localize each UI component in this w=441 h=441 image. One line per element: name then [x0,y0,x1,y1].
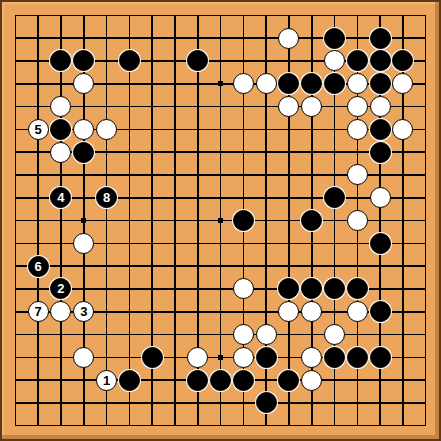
intersection-15-6[interactable] [346,141,369,164]
intersection-8-12[interactable] [186,278,209,301]
intersection-4-11[interactable] [95,255,118,278]
intersection-2-7[interactable] [50,164,73,187]
intersection-6-16[interactable] [141,369,164,392]
intersection-5-2[interactable] [118,50,141,73]
intersection-1-17[interactable] [27,392,50,415]
intersection-18-9[interactable] [414,209,437,232]
intersection-2-17[interactable] [50,392,73,415]
intersection-7-5[interactable] [164,118,187,141]
intersection-16-10[interactable] [369,232,392,255]
intersection-0-4[interactable] [4,95,27,118]
intersection-9-16[interactable] [209,369,232,392]
intersection-14-18[interactable] [323,414,346,437]
intersection-7-15[interactable] [164,346,187,369]
intersection-5-17[interactable] [118,392,141,415]
intersection-5-6[interactable] [118,141,141,164]
intersection-10-15[interactable] [232,346,255,369]
intersection-0-2[interactable] [4,50,27,73]
intersection-18-16[interactable] [414,369,437,392]
intersection-6-8[interactable] [141,186,164,209]
intersection-5-4[interactable] [118,95,141,118]
intersection-5-11[interactable] [118,255,141,278]
intersection-7-2[interactable] [164,50,187,73]
intersection-5-8[interactable] [118,186,141,209]
intersection-8-5[interactable] [186,118,209,141]
intersection-6-9[interactable] [141,209,164,232]
intersection-2-9[interactable] [50,209,73,232]
intersection-15-9[interactable] [346,209,369,232]
intersection-12-13[interactable] [278,300,301,323]
intersection-1-0[interactable] [27,4,50,27]
intersection-13-7[interactable] [300,164,323,187]
intersection-4-0[interactable] [95,4,118,27]
intersection-6-15[interactable] [141,346,164,369]
intersection-17-12[interactable] [392,278,415,301]
intersection-17-4[interactable] [392,95,415,118]
intersection-11-15[interactable] [255,346,278,369]
intersection-1-9[interactable] [27,209,50,232]
intersection-17-9[interactable] [392,209,415,232]
intersection-7-1[interactable] [164,27,187,50]
intersection-0-17[interactable] [4,392,27,415]
intersection-2-11[interactable] [50,255,73,278]
intersection-4-3[interactable] [95,72,118,95]
intersection-3-14[interactable] [72,323,95,346]
intersection-2-12[interactable]: 2 [50,278,73,301]
intersection-4-2[interactable] [95,50,118,73]
intersection-12-10[interactable] [278,232,301,255]
intersection-18-11[interactable] [414,255,437,278]
intersection-4-17[interactable] [95,392,118,415]
intersection-9-7[interactable] [209,164,232,187]
intersection-14-17[interactable] [323,392,346,415]
intersection-12-0[interactable] [278,4,301,27]
intersection-4-6[interactable] [95,141,118,164]
intersection-14-4[interactable] [323,95,346,118]
intersection-18-15[interactable] [414,346,437,369]
intersection-4-16[interactable]: 1 [95,369,118,392]
intersection-11-2[interactable] [255,50,278,73]
intersection-3-15[interactable] [72,346,95,369]
intersection-3-18[interactable] [72,414,95,437]
intersection-12-17[interactable] [278,392,301,415]
intersection-4-12[interactable] [95,278,118,301]
intersection-7-4[interactable] [164,95,187,118]
intersection-12-2[interactable] [278,50,301,73]
intersection-9-10[interactable] [209,232,232,255]
intersection-1-12[interactable] [27,278,50,301]
intersection-14-13[interactable] [323,300,346,323]
intersection-14-2[interactable] [323,50,346,73]
intersection-1-3[interactable] [27,72,50,95]
intersection-12-14[interactable] [278,323,301,346]
intersection-13-3[interactable] [300,72,323,95]
intersection-18-12[interactable] [414,278,437,301]
intersection-15-17[interactable] [346,392,369,415]
intersection-6-12[interactable] [141,278,164,301]
intersection-8-2[interactable] [186,50,209,73]
intersection-14-8[interactable] [323,186,346,209]
intersection-7-13[interactable] [164,300,187,323]
intersection-10-4[interactable] [232,95,255,118]
intersection-2-8[interactable]: 4 [50,186,73,209]
intersection-16-3[interactable] [369,72,392,95]
intersection-17-18[interactable] [392,414,415,437]
intersection-18-6[interactable] [414,141,437,164]
intersection-17-1[interactable] [392,27,415,50]
intersection-15-12[interactable] [346,278,369,301]
intersection-14-15[interactable] [323,346,346,369]
intersection-1-8[interactable] [27,186,50,209]
intersection-12-12[interactable] [278,278,301,301]
intersection-0-14[interactable] [4,323,27,346]
intersection-11-16[interactable] [255,369,278,392]
intersection-1-1[interactable] [27,27,50,50]
intersection-11-14[interactable] [255,323,278,346]
intersection-1-10[interactable] [27,232,50,255]
intersection-6-1[interactable] [141,27,164,50]
intersection-9-0[interactable] [209,4,232,27]
intersection-6-10[interactable] [141,232,164,255]
intersection-1-7[interactable] [27,164,50,187]
intersection-18-8[interactable] [414,186,437,209]
intersection-4-7[interactable] [95,164,118,187]
intersection-1-13[interactable]: 7 [27,300,50,323]
intersection-10-16[interactable] [232,369,255,392]
intersection-18-4[interactable] [414,95,437,118]
intersection-8-7[interactable] [186,164,209,187]
intersection-3-5[interactable] [72,118,95,141]
intersection-8-0[interactable] [186,4,209,27]
intersection-15-16[interactable] [346,369,369,392]
intersection-18-18[interactable] [414,414,437,437]
intersection-15-13[interactable] [346,300,369,323]
intersection-10-18[interactable] [232,414,255,437]
intersection-8-3[interactable] [186,72,209,95]
intersection-15-4[interactable] [346,95,369,118]
intersection-15-1[interactable] [346,27,369,50]
intersection-10-7[interactable] [232,164,255,187]
intersection-5-10[interactable] [118,232,141,255]
intersection-1-11[interactable]: 6 [27,255,50,278]
intersection-11-7[interactable] [255,164,278,187]
intersection-3-10[interactable] [72,232,95,255]
intersection-12-15[interactable] [278,346,301,369]
intersection-0-10[interactable] [4,232,27,255]
intersection-1-5[interactable]: 5 [27,118,50,141]
intersection-7-9[interactable] [164,209,187,232]
intersection-11-4[interactable] [255,95,278,118]
intersection-18-5[interactable] [414,118,437,141]
intersection-12-18[interactable] [278,414,301,437]
intersection-10-6[interactable] [232,141,255,164]
intersection-11-3[interactable] [255,72,278,95]
intersection-1-6[interactable] [27,141,50,164]
intersection-1-14[interactable] [27,323,50,346]
intersection-11-1[interactable] [255,27,278,50]
intersection-2-16[interactable] [50,369,73,392]
intersection-3-0[interactable] [72,4,95,27]
intersection-17-6[interactable] [392,141,415,164]
intersection-6-4[interactable] [141,95,164,118]
intersection-7-12[interactable] [164,278,187,301]
intersection-12-11[interactable] [278,255,301,278]
intersection-17-8[interactable] [392,186,415,209]
intersection-3-8[interactable] [72,186,95,209]
intersection-10-8[interactable] [232,186,255,209]
intersection-2-14[interactable] [50,323,73,346]
intersection-4-13[interactable] [95,300,118,323]
intersection-8-9[interactable] [186,209,209,232]
intersection-3-3[interactable] [72,72,95,95]
intersection-11-12[interactable] [255,278,278,301]
intersection-13-9[interactable] [300,209,323,232]
intersection-8-4[interactable] [186,95,209,118]
intersection-16-7[interactable] [369,164,392,187]
intersection-17-16[interactable] [392,369,415,392]
intersection-0-0[interactable] [4,4,27,27]
intersection-5-5[interactable] [118,118,141,141]
intersection-6-18[interactable] [141,414,164,437]
intersection-2-6[interactable] [50,141,73,164]
intersection-3-16[interactable] [72,369,95,392]
intersection-7-18[interactable] [164,414,187,437]
intersection-13-14[interactable] [300,323,323,346]
intersection-6-2[interactable] [141,50,164,73]
intersection-3-4[interactable] [72,95,95,118]
intersection-7-3[interactable] [164,72,187,95]
intersection-11-10[interactable] [255,232,278,255]
intersection-4-14[interactable] [95,323,118,346]
intersection-17-5[interactable] [392,118,415,141]
intersection-8-18[interactable] [186,414,209,437]
intersection-0-8[interactable] [4,186,27,209]
intersection-1-16[interactable] [27,369,50,392]
intersection-7-0[interactable] [164,4,187,27]
intersection-14-11[interactable] [323,255,346,278]
intersection-13-17[interactable] [300,392,323,415]
intersection-10-11[interactable] [232,255,255,278]
intersection-3-9[interactable] [72,209,95,232]
intersection-7-14[interactable] [164,323,187,346]
intersection-18-1[interactable] [414,27,437,50]
intersection-14-0[interactable] [323,4,346,27]
intersection-13-15[interactable] [300,346,323,369]
intersection-16-16[interactable] [369,369,392,392]
intersection-10-5[interactable] [232,118,255,141]
intersection-12-1[interactable] [278,27,301,50]
intersection-16-8[interactable] [369,186,392,209]
intersection-12-4[interactable] [278,95,301,118]
intersection-9-4[interactable] [209,95,232,118]
intersection-5-9[interactable] [118,209,141,232]
intersection-9-1[interactable] [209,27,232,50]
intersection-12-6[interactable] [278,141,301,164]
intersection-16-11[interactable] [369,255,392,278]
intersection-0-16[interactable] [4,369,27,392]
intersection-2-5[interactable] [50,118,73,141]
intersection-9-17[interactable] [209,392,232,415]
intersection-0-7[interactable] [4,164,27,187]
intersection-12-3[interactable] [278,72,301,95]
intersection-5-15[interactable] [118,346,141,369]
intersection-12-5[interactable] [278,118,301,141]
intersection-11-11[interactable] [255,255,278,278]
intersection-15-15[interactable] [346,346,369,369]
intersection-6-5[interactable] [141,118,164,141]
intersection-16-18[interactable] [369,414,392,437]
intersection-9-13[interactable] [209,300,232,323]
intersection-5-1[interactable] [118,27,141,50]
intersection-15-3[interactable] [346,72,369,95]
intersection-4-9[interactable] [95,209,118,232]
intersection-1-2[interactable] [27,50,50,73]
intersection-8-6[interactable] [186,141,209,164]
intersection-6-6[interactable] [141,141,164,164]
intersection-13-10[interactable] [300,232,323,255]
intersection-5-12[interactable] [118,278,141,301]
intersection-11-17[interactable] [255,392,278,415]
intersection-6-13[interactable] [141,300,164,323]
intersection-10-13[interactable] [232,300,255,323]
intersection-11-0[interactable] [255,4,278,27]
intersection-18-14[interactable] [414,323,437,346]
intersection-6-7[interactable] [141,164,164,187]
intersection-13-12[interactable] [300,278,323,301]
intersection-17-11[interactable] [392,255,415,278]
intersection-8-15[interactable] [186,346,209,369]
intersection-13-13[interactable] [300,300,323,323]
intersection-9-15[interactable] [209,346,232,369]
intersection-17-10[interactable] [392,232,415,255]
intersection-3-1[interactable] [72,27,95,50]
intersection-0-15[interactable] [4,346,27,369]
intersection-16-15[interactable] [369,346,392,369]
intersection-0-3[interactable] [4,72,27,95]
intersection-13-18[interactable] [300,414,323,437]
intersection-16-4[interactable] [369,95,392,118]
intersection-18-3[interactable] [414,72,437,95]
intersection-16-14[interactable] [369,323,392,346]
intersection-13-8[interactable] [300,186,323,209]
intersection-17-7[interactable] [392,164,415,187]
intersection-13-5[interactable] [300,118,323,141]
intersection-6-11[interactable] [141,255,164,278]
intersection-4-1[interactable] [95,27,118,50]
intersection-12-16[interactable] [278,369,301,392]
intersection-15-18[interactable] [346,414,369,437]
intersection-10-3[interactable] [232,72,255,95]
intersection-6-14[interactable] [141,323,164,346]
intersection-3-11[interactable] [72,255,95,278]
intersection-4-15[interactable] [95,346,118,369]
intersection-14-10[interactable] [323,232,346,255]
intersection-13-2[interactable] [300,50,323,73]
intersection-9-2[interactable] [209,50,232,73]
intersection-11-9[interactable] [255,209,278,232]
intersection-13-16[interactable] [300,369,323,392]
intersection-18-10[interactable] [414,232,437,255]
intersection-12-8[interactable] [278,186,301,209]
intersection-7-11[interactable] [164,255,187,278]
intersection-8-8[interactable] [186,186,209,209]
intersection-14-6[interactable] [323,141,346,164]
intersection-0-13[interactable] [4,300,27,323]
intersection-11-18[interactable] [255,414,278,437]
intersection-10-1[interactable] [232,27,255,50]
intersection-4-18[interactable] [95,414,118,437]
intersection-17-2[interactable] [392,50,415,73]
intersection-4-8[interactable]: 8 [95,186,118,209]
intersection-6-17[interactable] [141,392,164,415]
intersection-2-2[interactable] [50,50,73,73]
intersection-10-2[interactable] [232,50,255,73]
intersection-15-11[interactable] [346,255,369,278]
intersection-16-6[interactable] [369,141,392,164]
intersection-5-16[interactable] [118,369,141,392]
intersection-2-10[interactable] [50,232,73,255]
intersection-9-8[interactable] [209,186,232,209]
intersection-7-6[interactable] [164,141,187,164]
intersection-13-1[interactable] [300,27,323,50]
intersection-14-12[interactable] [323,278,346,301]
intersection-5-13[interactable] [118,300,141,323]
intersection-13-4[interactable] [300,95,323,118]
intersection-10-17[interactable] [232,392,255,415]
intersection-0-12[interactable] [4,278,27,301]
intersection-15-5[interactable] [346,118,369,141]
intersection-9-6[interactable] [209,141,232,164]
intersection-6-0[interactable] [141,4,164,27]
intersection-1-18[interactable] [27,414,50,437]
intersection-13-11[interactable] [300,255,323,278]
intersection-8-14[interactable] [186,323,209,346]
intersection-9-14[interactable] [209,323,232,346]
intersection-10-9[interactable] [232,209,255,232]
intersection-3-6[interactable] [72,141,95,164]
intersection-9-11[interactable] [209,255,232,278]
intersection-14-5[interactable] [323,118,346,141]
intersection-5-3[interactable] [118,72,141,95]
intersection-18-7[interactable] [414,164,437,187]
intersection-16-2[interactable] [369,50,392,73]
intersection-16-17[interactable] [369,392,392,415]
intersection-0-6[interactable] [4,141,27,164]
intersection-7-10[interactable] [164,232,187,255]
intersection-10-0[interactable] [232,4,255,27]
intersection-2-4[interactable] [50,95,73,118]
intersection-0-1[interactable] [4,27,27,50]
intersection-15-0[interactable] [346,4,369,27]
intersection-8-11[interactable] [186,255,209,278]
intersection-16-12[interactable] [369,278,392,301]
intersection-10-10[interactable] [232,232,255,255]
intersection-15-7[interactable] [346,164,369,187]
intersection-3-2[interactable] [72,50,95,73]
intersection-7-17[interactable] [164,392,187,415]
intersection-4-4[interactable] [95,95,118,118]
intersection-1-4[interactable] [27,95,50,118]
intersection-2-1[interactable] [50,27,73,50]
intersection-6-3[interactable] [141,72,164,95]
intersection-4-10[interactable] [95,232,118,255]
intersection-10-14[interactable] [232,323,255,346]
intersection-14-1[interactable] [323,27,346,50]
intersection-13-6[interactable] [300,141,323,164]
intersection-14-3[interactable] [323,72,346,95]
intersection-3-12[interactable] [72,278,95,301]
intersection-11-13[interactable] [255,300,278,323]
